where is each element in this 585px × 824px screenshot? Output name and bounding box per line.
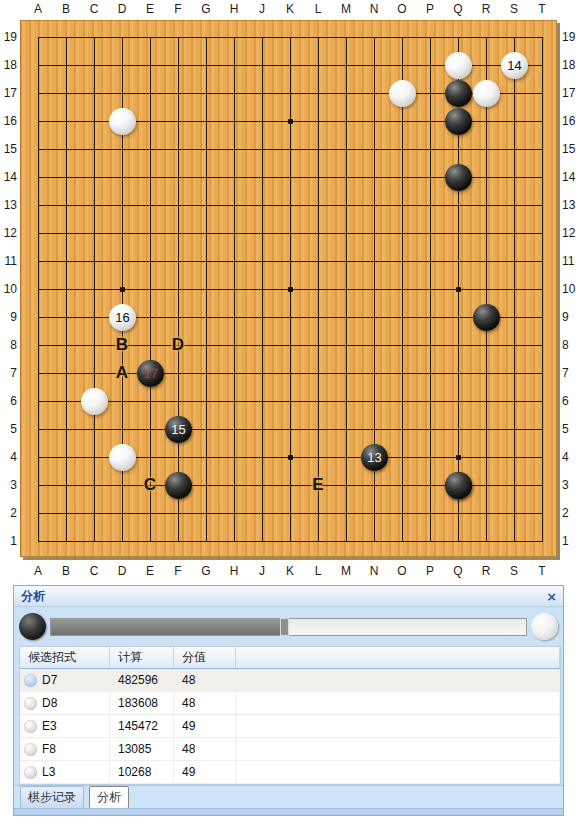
calc-cell: 482596 [110, 669, 174, 691]
candidate-row-E3[interactable]: E314547249 [20, 715, 560, 738]
tab-move-record[interactable]: 棋步记录 [20, 786, 84, 809]
coord-bottom-R: R [476, 564, 496, 578]
coord-left-14: 14 [0, 170, 17, 184]
star-point [288, 119, 293, 124]
candidate-move-mark-C: C [136, 471, 164, 499]
coord-right-17: 17 [562, 86, 584, 100]
coord-top-H: H [224, 2, 244, 16]
coord-left-7: 7 [0, 366, 17, 380]
calc-cell: 10268 [110, 761, 174, 783]
coord-bottom-H: H [224, 564, 244, 578]
coord-left-12: 12 [0, 226, 17, 240]
coord-left-6: 6 [0, 394, 17, 408]
coord-right-13: 13 [562, 198, 584, 212]
col-header-calc: 计算 [110, 647, 174, 668]
grid-line [38, 429, 543, 430]
analysis-panel: 分析 × 候选招式 计算 分值 D748259648D818360848E314… [13, 585, 564, 816]
coord-right-8: 8 [562, 338, 584, 352]
coord-right-15: 15 [562, 142, 584, 156]
grid-line [514, 37, 515, 542]
move-label: D8 [42, 692, 57, 714]
coord-left-10: 10 [0, 282, 17, 296]
col-header-empty [236, 647, 560, 668]
coord-right-7: 7 [562, 366, 584, 380]
coord-right-5: 5 [562, 422, 584, 436]
coord-bottom-Q: Q [448, 564, 468, 578]
candidate-move-mark-B: B [108, 331, 136, 359]
grid-line [346, 37, 347, 542]
coord-top-B: B [56, 2, 76, 16]
empty-cell [236, 669, 560, 691]
coord-left-18: 18 [0, 58, 17, 72]
coord-left-3: 3 [0, 478, 17, 492]
white-stone-C6 [81, 388, 108, 415]
move-label: E3 [42, 715, 57, 737]
coord-top-N: N [364, 2, 384, 16]
coord-right-18: 18 [562, 58, 584, 72]
coord-right-4: 4 [562, 450, 584, 464]
white-stone-D4 [109, 444, 136, 471]
analysis-panel-header: 分析 × [14, 586, 563, 607]
col-header-score: 分值 [174, 647, 236, 668]
star-point [456, 455, 461, 460]
coord-bottom-O: O [392, 564, 412, 578]
calc-cell: 13085 [110, 738, 174, 760]
coord-left-17: 17 [0, 86, 17, 100]
black-stone-Q14 [445, 164, 472, 191]
black-stone-Q16 [445, 108, 472, 135]
win-rate-slider[interactable] [50, 618, 527, 636]
go-board[interactable]: ABCDE1416171513 [20, 20, 557, 557]
coord-right-3: 3 [562, 478, 584, 492]
white-stone-S18: 14 [501, 52, 528, 79]
white-stone-O17 [389, 80, 416, 107]
coord-bottom-S: S [504, 564, 524, 578]
grid-line [318, 37, 319, 542]
coord-right-11: 11 [562, 254, 584, 268]
coord-top-P: P [420, 2, 440, 16]
grid-line [486, 37, 487, 542]
star-point [120, 287, 125, 292]
grid-line [38, 513, 543, 514]
coord-bottom-P: P [420, 564, 440, 578]
coord-top-F: F [168, 2, 188, 16]
coord-bottom-D: D [112, 564, 132, 578]
grid-line [402, 37, 403, 542]
candidate-move-mark-A: A [108, 359, 136, 387]
win-rate-slider-row [14, 607, 563, 646]
coord-top-S: S [504, 2, 524, 16]
stone-bullet-icon [24, 743, 37, 756]
coord-left-2: 2 [0, 506, 17, 520]
coord-right-16: 16 [562, 114, 584, 128]
coord-bottom-M: M [336, 564, 356, 578]
coord-left-16: 16 [0, 114, 17, 128]
black-stone-icon [19, 613, 46, 640]
coord-bottom-T: T [532, 564, 552, 578]
score-cell: 48 [174, 669, 236, 691]
stone-bullet-icon [24, 697, 37, 710]
coord-left-4: 4 [0, 450, 17, 464]
white-stone-Q18 [445, 52, 472, 79]
slider-thumb[interactable] [280, 618, 289, 636]
coord-bottom-C: C [84, 564, 104, 578]
coord-right-10: 10 [562, 282, 584, 296]
coord-right-12: 12 [562, 226, 584, 240]
coord-top-D: D [112, 2, 132, 16]
table-header-row: 候选招式 计算 分值 [20, 647, 560, 669]
coord-right-1: 1 [562, 534, 584, 548]
score-cell: 49 [174, 715, 236, 737]
tab-analysis[interactable]: 分析 [89, 786, 129, 809]
coord-top-G: G [196, 2, 216, 16]
coord-left-9: 9 [0, 310, 17, 324]
empty-cell [236, 738, 560, 760]
black-stone-E7: 17 [137, 360, 164, 387]
calc-cell: 145472 [110, 715, 174, 737]
candidate-move-mark-E: E [304, 471, 332, 499]
candidate-row-L3[interactable]: L31026849 [20, 761, 560, 784]
candidate-moves-table: 候选招式 计算 分值 D748259648D818360848E31454724… [19, 646, 561, 785]
grid-line [430, 37, 431, 542]
coord-bottom-K: K [280, 564, 300, 578]
bottom-tab-bar: 棋步记录 分析 [14, 785, 563, 809]
stone-bullet-icon [24, 720, 37, 733]
black-stone-Q3 [445, 472, 472, 499]
grid-line [38, 541, 543, 542]
move-cell: D8 [20, 692, 110, 714]
candidate-move-mark-D: D [164, 331, 192, 359]
coord-right-9: 9 [562, 310, 584, 324]
analysis-panel-title: 分析 [21, 588, 45, 605]
coord-top-L: L [308, 2, 328, 16]
coord-left-19: 19 [0, 30, 17, 44]
coord-top-K: K [280, 2, 300, 16]
table-body: D748259648D818360848E314547249F81308548L… [20, 669, 560, 784]
coord-bottom-G: G [196, 564, 216, 578]
coord-left-8: 8 [0, 338, 17, 352]
coord-right-14: 14 [562, 170, 584, 184]
panel-bottom-strip [14, 808, 563, 815]
coord-left-5: 5 [0, 422, 17, 436]
coord-top-R: R [476, 2, 496, 16]
coord-left-11: 11 [0, 254, 17, 268]
move-cell: L3 [20, 761, 110, 783]
score-cell: 49 [174, 761, 236, 783]
col-header-move: 候选招式 [20, 647, 110, 668]
coord-bottom-N: N [364, 564, 384, 578]
coord-top-E: E [140, 2, 160, 16]
coord-bottom-E: E [140, 564, 160, 578]
empty-cell [236, 715, 560, 737]
coord-left-1: 1 [0, 534, 17, 548]
slider-fill [51, 619, 284, 635]
star-point [288, 287, 293, 292]
app-window: ABCDEFGHJKLMNOPQRST ABCDEFGHJKLMNOPQRST … [0, 0, 585, 824]
coord-top-A: A [28, 2, 48, 16]
coord-bottom-B: B [56, 564, 76, 578]
black-stone-F5: 15 [165, 416, 192, 443]
white-stone-D16 [109, 108, 136, 135]
empty-cell [236, 761, 560, 783]
move-cell: F8 [20, 738, 110, 760]
coord-right-2: 2 [562, 506, 584, 520]
coord-bottom-A: A [28, 564, 48, 578]
coord-top-C: C [84, 2, 104, 16]
coord-top-Q: Q [448, 2, 468, 16]
coord-top-T: T [532, 2, 552, 16]
black-stone-Q17 [445, 80, 472, 107]
star-point [456, 287, 461, 292]
coord-left-13: 13 [0, 198, 17, 212]
white-stone-R17 [473, 80, 500, 107]
stone-bullet-icon [24, 766, 37, 779]
calc-cell: 183608 [110, 692, 174, 714]
empty-cell [236, 692, 560, 714]
black-stone-F3 [165, 472, 192, 499]
move-label: D7 [42, 669, 57, 691]
move-cell: D7 [20, 669, 110, 691]
black-stone-N4: 13 [361, 444, 388, 471]
coord-top-M: M [336, 2, 356, 16]
white-stone-icon [531, 613, 558, 640]
grid-line [542, 37, 543, 542]
move-label: F8 [42, 738, 56, 760]
candidate-row-D8[interactable]: D818360848 [20, 692, 560, 715]
coord-right-6: 6 [562, 394, 584, 408]
score-cell: 48 [174, 738, 236, 760]
move-label: L3 [42, 761, 55, 783]
candidate-row-F8[interactable]: F81308548 [20, 738, 560, 761]
white-stone-D9: 16 [109, 304, 136, 331]
move-cell: E3 [20, 715, 110, 737]
coord-bottom-L: L [308, 564, 328, 578]
grid-line [38, 401, 543, 402]
black-stone-R9 [473, 304, 500, 331]
candidate-row-D7[interactable]: D748259648 [20, 669, 560, 692]
score-cell: 48 [174, 692, 236, 714]
coord-left-15: 15 [0, 142, 17, 156]
stone-bullet-icon [24, 674, 37, 687]
coord-bottom-F: F [168, 564, 188, 578]
coord-right-19: 19 [562, 30, 584, 44]
coord-bottom-J: J [252, 564, 272, 578]
star-point [288, 455, 293, 460]
close-icon[interactable]: × [547, 589, 556, 604]
coord-top-O: O [392, 2, 412, 16]
coord-top-J: J [252, 2, 272, 16]
